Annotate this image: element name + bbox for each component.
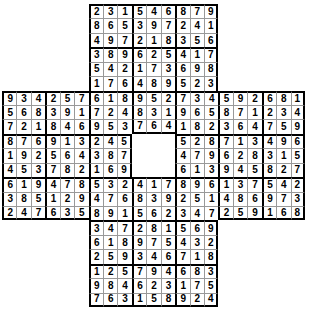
cell-r11c9[interactable]: 7 <box>117 148 131 162</box>
cell-r8c5[interactable]: 9 <box>60 105 74 119</box>
cell-r6c7[interactable]: 1 <box>89 76 103 90</box>
cell-r8c15[interactable]: 5 <box>204 105 218 119</box>
cell-r20c11[interactable]: 2 <box>146 278 160 292</box>
cell-r12c3[interactable]: 3 <box>31 163 45 177</box>
cell-r11c4[interactable]: 5 <box>45 148 59 162</box>
cell-r17c11[interactable]: 7 <box>146 235 160 249</box>
cell-r15c17[interactable]: 5 <box>233 206 247 220</box>
cell-r18c14[interactable]: 1 <box>190 249 204 263</box>
cell-r14c7[interactable]: 4 <box>89 192 103 206</box>
cell-r1c10[interactable]: 5 <box>132 4 146 18</box>
cell-r17c8[interactable]: 1 <box>103 235 117 249</box>
cell-r19c8[interactable]: 2 <box>103 264 117 278</box>
cell-r12c20[interactable]: 2 <box>276 163 290 177</box>
cell-r6c12[interactable]: 9 <box>161 76 175 90</box>
cell-r12c16[interactable]: 9 <box>218 163 232 177</box>
cell-r13c1[interactable]: 6 <box>2 177 16 191</box>
cell-r11c18[interactable]: 8 <box>247 148 261 162</box>
cell-r14c1[interactable]: 3 <box>2 192 16 206</box>
cell-r16c12[interactable]: 1 <box>161 220 175 234</box>
cell-r15c2[interactable]: 4 <box>16 206 30 220</box>
cell-r3c8[interactable]: 9 <box>103 33 117 47</box>
cell-r9c14[interactable]: 8 <box>190 119 204 133</box>
cell-r10c21[interactable]: 6 <box>291 134 305 148</box>
cell-r17c15[interactable]: 2 <box>204 235 218 249</box>
cell-r14c14[interactable]: 5 <box>190 192 204 206</box>
cell-r6c9[interactable]: 6 <box>117 76 131 90</box>
cell-r17c14[interactable]: 3 <box>190 235 204 249</box>
cell-r8c20[interactable]: 3 <box>276 105 290 119</box>
cell-r10c17[interactable]: 1 <box>233 134 247 148</box>
cell-r13c11[interactable]: 1 <box>146 177 160 191</box>
cell-r16c14[interactable]: 6 <box>190 220 204 234</box>
cell-r8c3[interactable]: 8 <box>31 105 45 119</box>
cell-r3c7[interactable]: 4 <box>89 33 103 47</box>
cell-r9c3[interactable]: 1 <box>31 119 45 133</box>
cell-r16c7[interactable]: 3 <box>89 220 103 234</box>
cell-r9c16[interactable]: 3 <box>218 119 232 133</box>
cell-r19c11[interactable]: 9 <box>146 264 160 278</box>
cell-r7c12[interactable]: 2 <box>161 91 175 105</box>
cell-r12c13[interactable]: 6 <box>175 163 189 177</box>
cell-r2c14[interactable]: 4 <box>190 18 204 32</box>
cell-r7c17[interactable]: 9 <box>233 91 247 105</box>
cell-r14c5[interactable]: 2 <box>60 192 74 206</box>
cell-r14c13[interactable]: 2 <box>175 192 189 206</box>
cell-r13c10[interactable]: 4 <box>132 177 146 191</box>
cell-r16c11[interactable]: 8 <box>146 220 160 234</box>
cell-r19c14[interactable]: 8 <box>190 264 204 278</box>
cell-r6c8[interactable]: 7 <box>103 76 117 90</box>
cell-r3c10[interactable]: 2 <box>132 33 146 47</box>
cell-r1c13[interactable]: 8 <box>175 4 189 18</box>
cell-r7c21[interactable]: 1 <box>291 91 305 105</box>
cell-r8c16[interactable]: 8 <box>218 105 232 119</box>
cell-r1c8[interactable]: 3 <box>103 4 117 18</box>
cell-r19c12[interactable]: 4 <box>161 264 175 278</box>
sudoku-board: 2315468798653972414972183563896254175421… <box>2 4 305 307</box>
cell-r9c9[interactable]: 3 <box>117 119 131 133</box>
cell-r9c5[interactable]: 4 <box>60 119 74 133</box>
cell-r14c4[interactable]: 1 <box>45 192 59 206</box>
cell-r15c8[interactable]: 9 <box>103 206 117 220</box>
cell-r2c10[interactable]: 3 <box>132 18 146 32</box>
cell-r13c9[interactable]: 2 <box>117 177 131 191</box>
cell-r8c11[interactable]: 3 <box>146 105 160 119</box>
cell-r13c12[interactable]: 7 <box>161 177 175 191</box>
cell-r4c12[interactable]: 5 <box>161 47 175 61</box>
cell-r3c14[interactable]: 5 <box>190 33 204 47</box>
cell-r5c15[interactable]: 8 <box>204 62 218 76</box>
cell-r21c9[interactable]: 3 <box>117 293 131 307</box>
cell-r1c11[interactable]: 4 <box>146 4 160 18</box>
cell-r8c14[interactable]: 6 <box>190 105 204 119</box>
cell-r13c17[interactable]: 3 <box>233 177 247 191</box>
cell-r13c7[interactable]: 5 <box>89 177 103 191</box>
cell-r5c9[interactable]: 2 <box>117 62 131 76</box>
cell-r20c8[interactable]: 8 <box>103 278 117 292</box>
cell-r8c4[interactable]: 3 <box>45 105 59 119</box>
cell-r18c15[interactable]: 8 <box>204 249 218 263</box>
cell-r11c14[interactable]: 7 <box>190 148 204 162</box>
cell-r3c9[interactable]: 7 <box>117 33 131 47</box>
cell-r4c8[interactable]: 8 <box>103 47 117 61</box>
cell-r14c20[interactable]: 7 <box>276 192 290 206</box>
cell-r12c14[interactable]: 1 <box>190 163 204 177</box>
cell-r7c14[interactable]: 3 <box>190 91 204 105</box>
cell-r16c10[interactable]: 2 <box>132 220 146 234</box>
cell-r8c6[interactable]: 1 <box>74 105 88 119</box>
cell-r14c21[interactable]: 3 <box>291 192 305 206</box>
cell-r8c10[interactable]: 8 <box>132 105 146 119</box>
cell-r7c19[interactable]: 6 <box>262 91 276 105</box>
cell-r10c13[interactable]: 5 <box>175 134 189 148</box>
cell-r20c12[interactable]: 3 <box>161 278 175 292</box>
cell-r15c16[interactable]: 2 <box>218 206 232 220</box>
cell-r15c19[interactable]: 1 <box>262 206 276 220</box>
cell-r9c18[interactable]: 4 <box>247 119 261 133</box>
cell-r8c8[interactable]: 2 <box>103 105 117 119</box>
cell-r14c15[interactable]: 1 <box>204 192 218 206</box>
cell-r15c1[interactable]: 2 <box>2 206 16 220</box>
cell-r7c20[interactable]: 8 <box>276 91 290 105</box>
cell-r16c13[interactable]: 5 <box>175 220 189 234</box>
cell-r15c5[interactable]: 3 <box>60 206 74 220</box>
cell-r10c15[interactable]: 8 <box>204 134 218 148</box>
cell-r14c3[interactable]: 5 <box>31 192 45 206</box>
cell-r20c15[interactable]: 5 <box>204 278 218 292</box>
cell-r11c3[interactable]: 2 <box>31 148 45 162</box>
cell-r14c9[interactable]: 6 <box>117 192 131 206</box>
cell-r7c16[interactable]: 5 <box>218 91 232 105</box>
cell-r8c1[interactable]: 5 <box>2 105 16 119</box>
cell-r13c15[interactable]: 6 <box>204 177 218 191</box>
cell-r17c10[interactable]: 9 <box>132 235 146 249</box>
cell-r9c2[interactable]: 2 <box>16 119 30 133</box>
cell-r11c20[interactable]: 1 <box>276 148 290 162</box>
cell-r13c13[interactable]: 8 <box>175 177 189 191</box>
cell-r13c19[interactable]: 5 <box>262 177 276 191</box>
cell-r15c13[interactable]: 3 <box>175 206 189 220</box>
cell-r15c6[interactable]: 5 <box>74 206 88 220</box>
cell-r4c13[interactable]: 4 <box>175 47 189 61</box>
cell-r13c18[interactable]: 7 <box>247 177 261 191</box>
cell-r12c18[interactable]: 5 <box>247 163 261 177</box>
cell-r10c5[interactable]: 1 <box>60 134 74 148</box>
cell-r9c8[interactable]: 5 <box>103 119 117 133</box>
cell-r8c21[interactable]: 4 <box>291 105 305 119</box>
cell-r10c19[interactable]: 4 <box>262 134 276 148</box>
cell-r20c9[interactable]: 4 <box>117 278 131 292</box>
cell-r5c7[interactable]: 5 <box>89 62 103 76</box>
cell-r4c14[interactable]: 1 <box>190 47 204 61</box>
cell-r12c5[interactable]: 8 <box>60 163 74 177</box>
cell-r3c12[interactable]: 8 <box>161 33 175 47</box>
cell-r10c9[interactable]: 5 <box>117 134 131 148</box>
cell-r14c11[interactable]: 3 <box>146 192 160 206</box>
cell-r5c11[interactable]: 7 <box>146 62 160 76</box>
cell-r15c3[interactable]: 7 <box>31 206 45 220</box>
cell-r18c12[interactable]: 6 <box>161 249 175 263</box>
cell-r10c1[interactable]: 8 <box>2 134 16 148</box>
cell-r11c13[interactable]: 4 <box>175 148 189 162</box>
cell-r18c13[interactable]: 7 <box>175 249 189 263</box>
cell-r10c16[interactable]: 7 <box>218 134 232 148</box>
cell-r16c15[interactable]: 9 <box>204 220 218 234</box>
cell-r12c8[interactable]: 6 <box>103 163 117 177</box>
cell-r20c10[interactable]: 6 <box>132 278 146 292</box>
cell-r9c6[interactable]: 6 <box>74 119 88 133</box>
cell-r15c12[interactable]: 2 <box>161 206 175 220</box>
cell-r14c12[interactable]: 9 <box>161 192 175 206</box>
cell-r14c8[interactable]: 7 <box>103 192 117 206</box>
cell-r12c4[interactable]: 7 <box>45 163 59 177</box>
cell-r11c2[interactable]: 9 <box>16 148 30 162</box>
cell-r13c16[interactable]: 1 <box>218 177 232 191</box>
cell-r5c13[interactable]: 6 <box>175 62 189 76</box>
cell-r8c2[interactable]: 6 <box>16 105 30 119</box>
cell-r15c9[interactable]: 1 <box>117 206 131 220</box>
cell-r15c18[interactable]: 9 <box>247 206 261 220</box>
cell-r5c8[interactable]: 4 <box>103 62 117 76</box>
cell-r19c13[interactable]: 6 <box>175 264 189 278</box>
cell-r18c10[interactable]: 3 <box>132 249 146 263</box>
cell-r13c3[interactable]: 9 <box>31 177 45 191</box>
cell-r14c2[interactable]: 8 <box>16 192 30 206</box>
cell-r12c6[interactable]: 2 <box>74 163 88 177</box>
cell-r13c6[interactable]: 8 <box>74 177 88 191</box>
cell-r2c13[interactable]: 2 <box>175 18 189 32</box>
cell-r9c4[interactable]: 8 <box>45 119 59 133</box>
cell-r11c6[interactable]: 4 <box>74 148 88 162</box>
cell-r14c17[interactable]: 8 <box>233 192 247 206</box>
cell-r15c11[interactable]: 6 <box>146 206 160 220</box>
cell-r21c8[interactable]: 6 <box>103 293 117 307</box>
cell-r13c5[interactable]: 7 <box>60 177 74 191</box>
cell-r9c7[interactable]: 9 <box>89 119 103 133</box>
cell-r10c8[interactable]: 4 <box>103 134 117 148</box>
cell-r7c2[interactable]: 3 <box>16 91 30 105</box>
cell-r21c11[interactable]: 5 <box>146 293 160 307</box>
cell-r17c9[interactable]: 8 <box>117 235 131 249</box>
cell-r10c18[interactable]: 3 <box>247 134 261 148</box>
cell-r4c10[interactable]: 6 <box>132 47 146 61</box>
cell-r10c3[interactable]: 6 <box>31 134 45 148</box>
cell-r12c19[interactable]: 8 <box>262 163 276 177</box>
cell-r15c15[interactable]: 7 <box>204 206 218 220</box>
cell-r11c17[interactable]: 2 <box>233 148 247 162</box>
cell-r15c21[interactable]: 8 <box>291 206 305 220</box>
cell-r7c15[interactable]: 4 <box>204 91 218 105</box>
cell-r10c20[interactable]: 9 <box>276 134 290 148</box>
cell-r12c7[interactable]: 1 <box>89 163 103 177</box>
cell-r18c11[interactable]: 4 <box>146 249 160 263</box>
cell-r20c14[interactable]: 7 <box>190 278 204 292</box>
cell-r11c21[interactable]: 5 <box>291 148 305 162</box>
cell-r5c12[interactable]: 3 <box>161 62 175 76</box>
cell-r7c1[interactable]: 9 <box>2 91 16 105</box>
cell-r10c6[interactable]: 3 <box>74 134 88 148</box>
cell-r14c18[interactable]: 6 <box>247 192 261 206</box>
cell-r2c9[interactable]: 5 <box>117 18 131 32</box>
cell-r2c12[interactable]: 7 <box>161 18 175 32</box>
cell-r7c6[interactable]: 7 <box>74 91 88 105</box>
cell-r1c15[interactable]: 9 <box>204 4 218 18</box>
cell-r7c8[interactable]: 1 <box>103 91 117 105</box>
cell-r11c16[interactable]: 6 <box>218 148 232 162</box>
cell-r1c7[interactable]: 2 <box>89 4 103 18</box>
cell-r13c21[interactable]: 2 <box>291 177 305 191</box>
cell-r11c19[interactable]: 3 <box>262 148 276 162</box>
cell-r18c8[interactable]: 5 <box>103 249 117 263</box>
cell-r6c14[interactable]: 2 <box>190 76 204 90</box>
cell-r17c12[interactable]: 5 <box>161 235 175 249</box>
cell-r7c10[interactable]: 9 <box>132 91 146 105</box>
cell-r2c15[interactable]: 1 <box>204 18 218 32</box>
cell-r15c10[interactable]: 5 <box>132 206 146 220</box>
cell-r4c15[interactable]: 7 <box>204 47 218 61</box>
cell-r9c13[interactable]: 1 <box>175 119 189 133</box>
cell-r9c11[interactable]: 6 <box>146 119 160 133</box>
cell-r6c15[interactable]: 3 <box>204 76 218 90</box>
cell-r5c10[interactable]: 1 <box>132 62 146 76</box>
cell-r14c19[interactable]: 9 <box>262 192 276 206</box>
cell-r13c4[interactable]: 4 <box>45 177 59 191</box>
cell-r15c14[interactable]: 4 <box>190 206 204 220</box>
cell-r13c8[interactable]: 3 <box>103 177 117 191</box>
cell-r7c7[interactable]: 6 <box>89 91 103 105</box>
cell-r14c10[interactable]: 8 <box>132 192 146 206</box>
cell-r9c20[interactable]: 5 <box>276 119 290 133</box>
cell-r21c10[interactable]: 1 <box>132 293 146 307</box>
cell-r17c13[interactable]: 4 <box>175 235 189 249</box>
cell-r9c12[interactable]: 4 <box>161 119 175 133</box>
cell-r6c10[interactable]: 4 <box>132 76 146 90</box>
cell-r19c10[interactable]: 7 <box>132 264 146 278</box>
cell-r18c7[interactable]: 2 <box>89 249 103 263</box>
cell-r10c2[interactable]: 7 <box>16 134 30 148</box>
cell-r12c2[interactable]: 5 <box>16 163 30 177</box>
cell-r2c7[interactable]: 8 <box>89 18 103 32</box>
cell-r11c8[interactable]: 8 <box>103 148 117 162</box>
cell-r21c14[interactable]: 2 <box>190 293 204 307</box>
cell-r13c14[interactable]: 9 <box>190 177 204 191</box>
cell-r8c17[interactable]: 7 <box>233 105 247 119</box>
cell-r9c1[interactable]: 7 <box>2 119 16 133</box>
cell-r13c2[interactable]: 1 <box>16 177 30 191</box>
cell-r12c21[interactable]: 7 <box>291 163 305 177</box>
cell-r11c1[interactable]: 1 <box>2 148 16 162</box>
cell-r20c13[interactable]: 1 <box>175 278 189 292</box>
cell-r4c11[interactable]: 2 <box>146 47 160 61</box>
cell-r21c12[interactable]: 8 <box>161 293 175 307</box>
cell-r8c18[interactable]: 1 <box>247 105 261 119</box>
cell-r13c20[interactable]: 4 <box>276 177 290 191</box>
cell-r1c12[interactable]: 6 <box>161 4 175 18</box>
cell-r6c11[interactable]: 8 <box>146 76 160 90</box>
cell-r7c13[interactable]: 7 <box>175 91 189 105</box>
cell-r2c11[interactable]: 9 <box>146 18 160 32</box>
cell-r7c5[interactable]: 5 <box>60 91 74 105</box>
cell-r10c7[interactable]: 2 <box>89 134 103 148</box>
cell-r19c9[interactable]: 5 <box>117 264 131 278</box>
cell-r11c7[interactable]: 3 <box>89 148 103 162</box>
cell-r16c9[interactable]: 7 <box>117 220 131 234</box>
cell-r14c16[interactable]: 4 <box>218 192 232 206</box>
cell-r11c15[interactable]: 9 <box>204 148 218 162</box>
cell-r17c7[interactable]: 6 <box>89 235 103 249</box>
cell-r8c13[interactable]: 9 <box>175 105 189 119</box>
cell-r5c14[interactable]: 9 <box>190 62 204 76</box>
cell-r9c10[interactable]: 7 <box>132 119 146 133</box>
cell-r8c12[interactable]: 1 <box>161 105 175 119</box>
cell-r6c13[interactable]: 5 <box>175 76 189 90</box>
cell-r3c15[interactable]: 6 <box>204 33 218 47</box>
cell-r19c15[interactable]: 3 <box>204 264 218 278</box>
cell-r12c15[interactable]: 3 <box>204 163 218 177</box>
cell-r20c7[interactable]: 9 <box>89 278 103 292</box>
cell-r11c5[interactable]: 6 <box>60 148 74 162</box>
cell-r16c8[interactable]: 4 <box>103 220 117 234</box>
cell-r14c6[interactable]: 9 <box>74 192 88 206</box>
cell-r4c7[interactable]: 3 <box>89 47 103 61</box>
cell-r9c17[interactable]: 6 <box>233 119 247 133</box>
cell-r10c14[interactable]: 2 <box>190 134 204 148</box>
cell-r7c3[interactable]: 4 <box>31 91 45 105</box>
cell-r12c17[interactable]: 4 <box>233 163 247 177</box>
cell-r3c13[interactable]: 3 <box>175 33 189 47</box>
cell-r3c11[interactable]: 1 <box>146 33 160 47</box>
cell-r15c7[interactable]: 8 <box>89 206 103 220</box>
cell-r2c8[interactable]: 6 <box>103 18 117 32</box>
cell-r4c9[interactable]: 9 <box>117 47 131 61</box>
cell-r7c4[interactable]: 2 <box>45 91 59 105</box>
cell-r8c19[interactable]: 2 <box>262 105 276 119</box>
cell-r12c9[interactable]: 9 <box>117 163 131 177</box>
cell-r19c7[interactable]: 1 <box>89 264 103 278</box>
cell-r12c1[interactable]: 4 <box>2 163 16 177</box>
cell-r15c4[interactable]: 6 <box>45 206 59 220</box>
cell-r9c15[interactable]: 2 <box>204 119 218 133</box>
cell-r9c19[interactable]: 7 <box>262 119 276 133</box>
cell-r10c4[interactable]: 9 <box>45 134 59 148</box>
cell-r21c7[interactable]: 7 <box>89 293 103 307</box>
cell-r7c11[interactable]: 5 <box>146 91 160 105</box>
cell-r1c9[interactable]: 1 <box>117 4 131 18</box>
cell-r15c20[interactable]: 6 <box>276 206 290 220</box>
cell-r8c7[interactable]: 7 <box>89 105 103 119</box>
cell-r21c15[interactable]: 4 <box>204 293 218 307</box>
cell-r18c9[interactable]: 9 <box>117 249 131 263</box>
cell-r9c21[interactable]: 9 <box>291 119 305 133</box>
cell-r1c14[interactable]: 7 <box>190 4 204 18</box>
cell-r7c9[interactable]: 8 <box>117 91 131 105</box>
cell-r7c18[interactable]: 2 <box>247 91 261 105</box>
cell-r8c9[interactable]: 4 <box>117 105 131 119</box>
cell-r21c13[interactable]: 9 <box>175 293 189 307</box>
